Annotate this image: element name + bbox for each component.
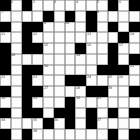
white-cell[interactable] bbox=[97, 54, 108, 65]
black-cell bbox=[97, 65, 108, 76]
white-cell[interactable]: 10 bbox=[65, 22, 76, 33]
clue-number: 1 bbox=[11, 0, 13, 3]
white-cell[interactable] bbox=[75, 129, 86, 140]
clue-number: 33 bbox=[97, 96, 101, 100]
white-cell[interactable]: 7 bbox=[0, 11, 11, 22]
white-cell[interactable] bbox=[86, 129, 97, 140]
black-cell bbox=[65, 75, 76, 86]
white-cell[interactable] bbox=[75, 22, 86, 33]
white-cell[interactable]: 20 bbox=[43, 65, 54, 76]
white-cell[interactable] bbox=[75, 65, 86, 76]
white-cell[interactable] bbox=[22, 54, 33, 65]
crossword-grid: 1234567891011121314151617181920212223242… bbox=[0, 0, 140, 140]
white-cell[interactable] bbox=[129, 43, 140, 54]
white-cell[interactable]: 17 bbox=[118, 43, 129, 54]
white-cell[interactable] bbox=[118, 11, 129, 22]
white-cell[interactable] bbox=[75, 32, 86, 43]
clue-number: 8 bbox=[97, 10, 99, 14]
white-cell[interactable] bbox=[86, 97, 97, 108]
white-cell[interactable] bbox=[54, 75, 65, 86]
clue-number: 38 bbox=[33, 129, 37, 133]
white-cell[interactable] bbox=[32, 11, 43, 22]
clue-number: 18 bbox=[11, 53, 15, 57]
white-cell[interactable] bbox=[108, 97, 119, 108]
white-cell[interactable] bbox=[65, 43, 76, 54]
white-cell[interactable]: 8 bbox=[97, 11, 108, 22]
white-cell[interactable] bbox=[54, 11, 65, 22]
white-cell[interactable] bbox=[11, 118, 22, 129]
clue-number: 35 bbox=[33, 118, 37, 122]
clue-number: 28 bbox=[76, 86, 80, 90]
white-cell[interactable] bbox=[118, 97, 129, 108]
black-cell bbox=[86, 118, 97, 129]
white-cell[interactable]: 9 bbox=[43, 22, 54, 33]
black-cell bbox=[22, 108, 33, 119]
clue-number: 12 bbox=[33, 32, 37, 36]
black-cell bbox=[129, 86, 140, 97]
white-cell[interactable] bbox=[43, 0, 54, 11]
black-cell bbox=[65, 108, 76, 119]
white-cell[interactable] bbox=[118, 22, 129, 33]
white-cell[interactable] bbox=[54, 86, 65, 97]
clue-number: 36 bbox=[54, 118, 58, 122]
white-cell[interactable] bbox=[54, 65, 65, 76]
white-cell[interactable]: 15 bbox=[43, 43, 54, 54]
white-cell[interactable] bbox=[43, 32, 54, 43]
clue-number: 23 bbox=[33, 75, 37, 79]
clue-number: 16 bbox=[87, 43, 91, 47]
white-cell[interactable]: 6 bbox=[118, 0, 129, 11]
clue-number: 7 bbox=[1, 10, 3, 14]
black-cell bbox=[22, 97, 33, 108]
clue-number: 19 bbox=[76, 53, 80, 57]
white-cell[interactable] bbox=[54, 129, 65, 140]
white-cell[interactable] bbox=[65, 54, 76, 65]
white-cell[interactable]: 11 bbox=[0, 32, 11, 43]
clue-number: 22 bbox=[1, 75, 5, 79]
white-cell[interactable] bbox=[129, 118, 140, 129]
black-cell bbox=[108, 43, 119, 54]
black-cell bbox=[129, 0, 140, 11]
white-cell[interactable] bbox=[108, 11, 119, 22]
white-cell[interactable] bbox=[54, 32, 65, 43]
white-cell[interactable]: 19 bbox=[75, 54, 86, 65]
clue-number: 5 bbox=[97, 0, 99, 3]
white-cell[interactable] bbox=[129, 97, 140, 108]
clue-number: 10 bbox=[65, 21, 69, 25]
clue-number: 11 bbox=[1, 32, 5, 36]
white-cell[interactable] bbox=[43, 108, 54, 119]
black-cell bbox=[22, 129, 33, 140]
white-cell[interactable]: 14 bbox=[129, 32, 140, 43]
white-cell[interactable] bbox=[65, 129, 76, 140]
clue-number: 3 bbox=[54, 0, 56, 3]
black-cell bbox=[22, 75, 33, 86]
clue-number: 26 bbox=[119, 75, 123, 79]
black-cell bbox=[129, 129, 140, 140]
white-cell[interactable] bbox=[118, 108, 129, 119]
white-cell[interactable]: 1 bbox=[11, 0, 22, 11]
white-cell[interactable] bbox=[86, 54, 97, 65]
white-cell[interactable]: 23 bbox=[32, 75, 43, 86]
clue-number: 15 bbox=[44, 43, 48, 47]
white-cell[interactable] bbox=[108, 32, 119, 43]
black-cell bbox=[22, 0, 33, 11]
white-cell[interactable]: 12 bbox=[32, 32, 43, 43]
white-cell[interactable]: 33 bbox=[97, 97, 108, 108]
white-cell[interactable] bbox=[97, 22, 108, 33]
clue-number: 13 bbox=[87, 32, 91, 36]
white-cell[interactable]: 13 bbox=[86, 32, 97, 43]
black-cell bbox=[65, 118, 76, 129]
white-cell[interactable]: 32 bbox=[75, 97, 86, 108]
black-cell bbox=[86, 11, 97, 22]
white-cell[interactable]: 4 bbox=[75, 0, 86, 11]
white-cell[interactable]: 26 bbox=[118, 75, 129, 86]
white-cell[interactable] bbox=[86, 0, 97, 11]
white-cell[interactable] bbox=[75, 118, 86, 129]
clue-number: 17 bbox=[119, 43, 123, 47]
white-cell[interactable]: 37 bbox=[97, 118, 108, 129]
white-cell[interactable]: 36 bbox=[54, 118, 65, 129]
white-cell[interactable]: 21 bbox=[129, 65, 140, 76]
clue-number: 2 bbox=[33, 0, 35, 3]
black-cell bbox=[32, 43, 43, 54]
black-cell bbox=[0, 54, 11, 65]
black-cell bbox=[108, 54, 119, 65]
black-cell bbox=[108, 129, 119, 140]
clue-number: 25 bbox=[108, 75, 112, 79]
white-cell[interactable]: 30 bbox=[0, 97, 11, 108]
white-cell[interactable] bbox=[54, 22, 65, 33]
white-cell[interactable]: 31 bbox=[32, 97, 43, 108]
white-cell[interactable]: 38 bbox=[32, 129, 43, 140]
white-cell[interactable] bbox=[65, 65, 76, 76]
white-cell[interactable]: 3 bbox=[54, 0, 65, 11]
white-cell[interactable] bbox=[11, 129, 22, 140]
white-cell[interactable] bbox=[11, 86, 22, 97]
clue-number: 30 bbox=[1, 96, 5, 100]
white-cell[interactable] bbox=[65, 32, 76, 43]
black-cell bbox=[22, 22, 33, 33]
white-cell[interactable] bbox=[75, 108, 86, 119]
white-cell[interactable] bbox=[118, 54, 129, 65]
white-cell[interactable] bbox=[11, 65, 22, 76]
black-cell bbox=[43, 118, 54, 129]
white-cell[interactable] bbox=[11, 11, 22, 22]
white-cell[interactable] bbox=[65, 86, 76, 97]
black-cell bbox=[108, 108, 119, 119]
white-cell[interactable] bbox=[75, 11, 86, 22]
black-cell bbox=[86, 108, 97, 119]
white-cell[interactable] bbox=[11, 75, 22, 86]
black-cell bbox=[108, 0, 119, 11]
white-cell[interactable] bbox=[108, 118, 119, 129]
clue-number: 6 bbox=[119, 0, 121, 3]
clue-number: 4 bbox=[76, 0, 78, 3]
white-cell[interactable]: 34 bbox=[0, 118, 11, 129]
white-cell[interactable] bbox=[11, 22, 22, 33]
white-cell[interactable] bbox=[54, 97, 65, 108]
clue-number: 14 bbox=[130, 32, 134, 36]
white-cell[interactable] bbox=[43, 129, 54, 140]
black-cell bbox=[129, 108, 140, 119]
clue-number: 34 bbox=[1, 118, 5, 122]
black-cell bbox=[22, 86, 33, 97]
clue-number: 29 bbox=[108, 86, 112, 90]
white-cell[interactable] bbox=[118, 118, 129, 129]
white-cell[interactable] bbox=[97, 75, 108, 86]
black-cell bbox=[22, 43, 33, 54]
clue-number: 24 bbox=[87, 75, 91, 79]
white-cell[interactable] bbox=[11, 32, 22, 43]
clue-number: 31 bbox=[33, 96, 37, 100]
clue-number: 9 bbox=[44, 21, 46, 25]
white-cell[interactable] bbox=[22, 11, 33, 22]
white-cell[interactable] bbox=[97, 32, 108, 43]
white-cell[interactable]: 24 bbox=[86, 75, 97, 86]
clue-number: 20 bbox=[44, 64, 48, 68]
clue-number: 27 bbox=[44, 86, 48, 90]
crossword-board: 1234567891011121314151617181920212223242… bbox=[0, 0, 140, 140]
white-cell[interactable]: 29 bbox=[108, 86, 119, 97]
white-cell[interactable] bbox=[54, 54, 65, 65]
white-cell[interactable] bbox=[97, 43, 108, 54]
white-cell[interactable]: 22 bbox=[0, 75, 11, 86]
white-cell[interactable] bbox=[54, 43, 65, 54]
black-cell bbox=[22, 65, 33, 76]
white-cell[interactable]: 27 bbox=[43, 86, 54, 97]
black-cell bbox=[22, 32, 33, 43]
white-cell[interactable] bbox=[118, 129, 129, 140]
white-cell[interactable] bbox=[11, 97, 22, 108]
white-cell[interactable] bbox=[22, 118, 33, 129]
white-cell[interactable] bbox=[32, 54, 43, 65]
white-cell[interactable]: 18 bbox=[11, 54, 22, 65]
clue-number: 21 bbox=[130, 64, 134, 68]
clue-number: 32 bbox=[76, 96, 80, 100]
white-cell[interactable] bbox=[118, 86, 129, 97]
white-cell[interactable]: 2 bbox=[32, 0, 43, 11]
white-cell[interactable] bbox=[97, 129, 108, 140]
white-cell[interactable] bbox=[11, 108, 22, 119]
black-cell bbox=[65, 97, 76, 108]
white-cell[interactable] bbox=[129, 75, 140, 86]
white-cell[interactable] bbox=[65, 0, 76, 11]
white-cell[interactable] bbox=[43, 97, 54, 108]
black-cell bbox=[86, 86, 97, 97]
clue-number: 37 bbox=[97, 118, 101, 122]
black-cell bbox=[118, 32, 129, 43]
black-cell bbox=[0, 43, 11, 54]
white-cell[interactable] bbox=[129, 11, 140, 22]
white-cell[interactable]: 16 bbox=[86, 43, 97, 54]
black-cell bbox=[108, 22, 119, 33]
black-cell bbox=[0, 129, 11, 140]
